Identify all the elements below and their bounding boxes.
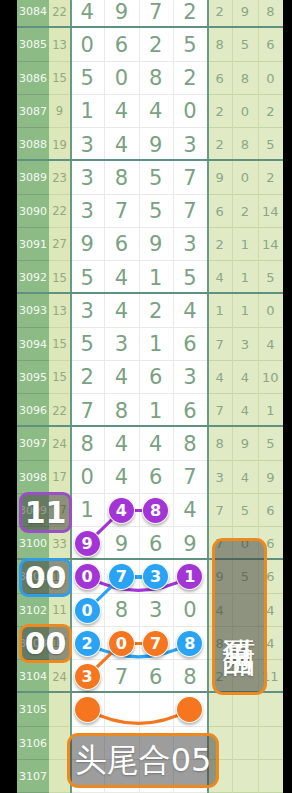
digit-cell (70, 693, 104, 726)
issue-cell: 3097 (17, 427, 49, 460)
digit-cell (173, 693, 207, 726)
lottery-trend-chart-screen: 3084224972298308513062585630861550826803… (0, 0, 292, 793)
stat-cell (207, 693, 232, 726)
digit-cell: 1 (139, 328, 173, 361)
sticker-pair-00-orange[interactable]: 00 (19, 624, 72, 663)
digit-cell: 0 (173, 95, 207, 128)
stat-cell: 2 (207, 0, 232, 28)
stat-cell: 3 (232, 328, 257, 361)
digit-cell: 6 (139, 461, 173, 494)
digit-cell: 3 (70, 128, 104, 161)
board-row: 30951524634410 (17, 361, 283, 394)
stat-cell: 5 (232, 28, 257, 61)
stat-cell: 0 (232, 161, 257, 194)
digit-cell: 8 (104, 594, 138, 627)
digit-cell: 2 (173, 62, 207, 95)
sum-cell (49, 693, 70, 726)
digit-cell: 9 (70, 228, 104, 261)
stat-cell: 2 (207, 128, 232, 161)
digit-cell: 0 (70, 560, 104, 593)
sum-cell: 22 (49, 0, 70, 28)
stat-cell: 9 (232, 427, 257, 460)
sum-cell: 13 (49, 294, 70, 327)
stat-cell: 8 (232, 128, 257, 161)
digit-cell: 9 (173, 527, 207, 560)
issue-cell: 3090 (17, 195, 49, 228)
issue-cell: 3107 (17, 760, 49, 793)
digit-cell: 4 (70, 0, 104, 28)
digit-cell: 8 (173, 627, 207, 660)
issue-cell: 3091 (17, 228, 49, 261)
digit-cell: 3 (173, 361, 207, 394)
sum-cell: 24 (49, 427, 70, 460)
stat-cell: 9 (207, 161, 232, 194)
sum-cell: 27 (49, 228, 70, 261)
stat-cell: 7 (207, 494, 232, 527)
digit-cell: 1 (173, 560, 207, 593)
digit-cell: 5 (139, 195, 173, 228)
stat-cell: 8 (207, 28, 232, 61)
digit-cell: 3 (70, 161, 104, 194)
digit-cell: 0 (70, 594, 104, 627)
digit-cell: 7 (104, 660, 138, 693)
digit-cell: 2 (70, 361, 104, 394)
digit-cell: 4 (139, 427, 173, 460)
digit-cell: 9 (70, 527, 104, 560)
sum-cell: 15 (49, 361, 70, 394)
stat-cell: 9 (258, 461, 283, 494)
digit-cell: 7 (173, 461, 207, 494)
board-row: 3092155415415 (17, 261, 283, 294)
sum-cell: 19 (49, 128, 70, 161)
stat-cell: 1 (232, 294, 257, 327)
digit-cell: 3 (139, 594, 173, 627)
digit-cell: 7 (104, 195, 138, 228)
digit-cell: 1 (70, 95, 104, 128)
issue-cell: 3085 (17, 28, 49, 61)
digit-cell: 4 (104, 461, 138, 494)
issue-cell: 3104 (17, 660, 49, 693)
digit-cell: 1 (139, 394, 173, 427)
stat-cell: 2 (207, 228, 232, 261)
sum-cell: 24 (49, 660, 70, 693)
board-row: 3084224972298 (17, 0, 283, 28)
digit-cell: 6 (173, 328, 207, 361)
sticker-pair-11[interactable]: 11 (19, 492, 72, 533)
sum-cell: 13 (49, 28, 70, 61)
stat-cell: 2 (207, 95, 232, 128)
stat-cell: 1 (207, 294, 232, 327)
digit-cell: 4 (139, 95, 173, 128)
stat-cell: 5 (258, 128, 283, 161)
stat-cell (232, 693, 257, 726)
digit-cell (104, 693, 138, 726)
stat-cell: 5 (258, 427, 283, 460)
stat-cell: 7 (207, 394, 232, 427)
issue-cell: 3098 (17, 461, 49, 494)
stat-cell: 3 (207, 461, 232, 494)
sum-cell: 11 (49, 594, 70, 627)
sum-cell: 15 (49, 261, 70, 294)
digit-cell: 0 (104, 62, 138, 95)
digit-cell: 8 (139, 494, 173, 527)
stat-cell: 4 (232, 394, 257, 427)
digit-cell: 4 (104, 294, 138, 327)
stat-cell: 14 (258, 195, 283, 228)
issue-cell: 3095 (17, 361, 49, 394)
digit-cell: 7 (173, 161, 207, 194)
board-row: 3093133424110 (17, 294, 283, 327)
digit-cell: 9 (104, 0, 138, 28)
stat-cell (232, 727, 257, 760)
board-row: 3098170467349 (17, 461, 283, 494)
digit-cell: 0 (104, 627, 138, 660)
digit-cell: 2 (173, 0, 207, 28)
stat-cell: 1 (258, 394, 283, 427)
digit-cell: 5 (173, 28, 207, 61)
stat-cell: 2 (258, 161, 283, 194)
board-row: 3094155316734 (17, 328, 283, 361)
stat-cell: 7 (207, 328, 232, 361)
stat-cell: 14 (258, 228, 283, 261)
digit-cell: 8 (104, 161, 138, 194)
stat-cell: 8 (207, 427, 232, 460)
digit-cell: 3 (70, 294, 104, 327)
stat-cell: 4 (207, 261, 232, 294)
digit-cell: 3 (104, 328, 138, 361)
board-row: 3086155082680 (17, 62, 283, 95)
stat-cell (258, 760, 283, 793)
digit-cell: 5 (139, 161, 173, 194)
sum-cell: 15 (49, 62, 70, 95)
issue-cell: 3093 (17, 294, 49, 327)
sum-cell: 17 (49, 461, 70, 494)
board-row: 3085130625856 (17, 28, 283, 61)
digit-cell: 2 (70, 627, 104, 660)
stat-cell: 1 (232, 261, 257, 294)
digit-cell: 0 (173, 594, 207, 627)
stat-cell: 0 (258, 294, 283, 327)
digit-cell: 2 (139, 28, 173, 61)
digit-cell: 9 (139, 128, 173, 161)
digit-cell: 8 (104, 394, 138, 427)
stat-cell: 4 (258, 328, 283, 361)
digit-cell: 7 (70, 394, 104, 427)
digit-cell: 3 (70, 660, 104, 693)
stat-cell: 4 (232, 361, 257, 394)
stat-cell: 0 (232, 95, 257, 128)
stat-cell: 6 (207, 62, 232, 95)
digit-cell: 9 (104, 527, 138, 560)
stat-cell: 0 (258, 62, 283, 95)
digit-cell: 4 (173, 294, 207, 327)
stat-cell: 2 (232, 195, 257, 228)
board-row: 3096227816741 (17, 394, 283, 427)
digit-cell: 5 (70, 261, 104, 294)
stat-cell: 6 (207, 195, 232, 228)
digit-cell: 5 (173, 261, 207, 294)
sticker-maoge-chupin[interactable]: 猫哥出品 (212, 538, 267, 695)
issue-cell: 3096 (17, 394, 49, 427)
issue-cell: 3092 (17, 261, 49, 294)
digit-cell: 8 (173, 427, 207, 460)
digit-cell (139, 693, 173, 726)
digit-cell: 4 (104, 95, 138, 128)
stat-cell: 10 (258, 361, 283, 394)
digit-cell: 0 (70, 461, 104, 494)
board-row: 3097248448895 (17, 427, 283, 460)
sum-cell: 15 (49, 328, 70, 361)
stat-cell: 4 (232, 461, 257, 494)
board-row: 30912796932114 (17, 228, 283, 261)
issue-cell: 3094 (17, 328, 49, 361)
stat-cell: 9 (232, 0, 257, 28)
stat-cell: 4 (207, 361, 232, 394)
digit-cell: 8 (70, 427, 104, 460)
digit-cell: 8 (173, 660, 207, 693)
issue-cell: 3084 (17, 0, 49, 28)
digit-cell: 1 (70, 494, 104, 527)
issue-cell: 3087 (17, 95, 49, 128)
stat-cell: 6 (258, 494, 283, 527)
digit-cell: 3 (173, 128, 207, 161)
sticker-pair-00-blue[interactable]: 00 (19, 558, 72, 597)
board-row: 3105 (17, 693, 283, 726)
digit-cell: 4 (173, 494, 207, 527)
digit-cell: 3 (139, 560, 173, 593)
digit-cell: 3 (70, 195, 104, 228)
issue-cell: 3086 (17, 62, 49, 95)
stat-cell: 2 (258, 95, 283, 128)
digit-cell: 8 (139, 62, 173, 95)
digit-cell: 7 (139, 627, 173, 660)
digit-cell: 6 (104, 28, 138, 61)
sum-cell: 9 (49, 95, 70, 128)
board-row: 3088193493285 (17, 128, 283, 161)
digit-cell: 7 (173, 195, 207, 228)
digit-cell: 4 (104, 427, 138, 460)
digit-cell: 4 (104, 261, 138, 294)
sum-cell: 23 (49, 161, 70, 194)
digit-cell: 6 (139, 660, 173, 693)
digit-cell: 5 (70, 62, 104, 95)
issue-cell: 3102 (17, 594, 49, 627)
stat-cell (258, 727, 283, 760)
digit-cell: 6 (173, 394, 207, 427)
digit-cell: 6 (139, 361, 173, 394)
stat-cell: 8 (258, 0, 283, 28)
issue-cell: 3106 (17, 727, 49, 760)
sum-cell: 22 (49, 195, 70, 228)
digit-cell: 1 (139, 261, 173, 294)
issue-cell: 3105 (17, 693, 49, 726)
sum-cell: 22 (49, 394, 70, 427)
digit-cell: 4 (104, 361, 138, 394)
stat-cell: 5 (232, 494, 257, 527)
stat-cell: 1 (232, 228, 257, 261)
stat-cell (232, 760, 257, 793)
digit-cell: 7 (139, 0, 173, 28)
board-row: 30902237576214 (17, 195, 283, 228)
digit-cell: 4 (104, 128, 138, 161)
issue-cell: 3088 (17, 128, 49, 161)
digit-cell: 9 (139, 228, 173, 261)
digit-cell: 3 (173, 228, 207, 261)
stat-cell (258, 693, 283, 726)
digit-cell: 5 (70, 328, 104, 361)
digit-cell: 6 (104, 228, 138, 261)
digit-cell: 7 (104, 560, 138, 593)
stat-cell: 6 (258, 28, 283, 61)
digit-cell: 6 (139, 527, 173, 560)
digit-cell: 2 (139, 294, 173, 327)
digit-cell: 0 (70, 28, 104, 61)
digit-cell: 4 (104, 494, 138, 527)
sticker-head-tail-sum-05[interactable]: 头尾合05 (67, 733, 219, 788)
board-row: 308791440202 (17, 95, 283, 128)
issue-cell: 3089 (17, 161, 49, 194)
stat-cell: 5 (258, 261, 283, 294)
stat-cell: 8 (232, 62, 257, 95)
board-row: 3089233857902 (17, 161, 283, 194)
